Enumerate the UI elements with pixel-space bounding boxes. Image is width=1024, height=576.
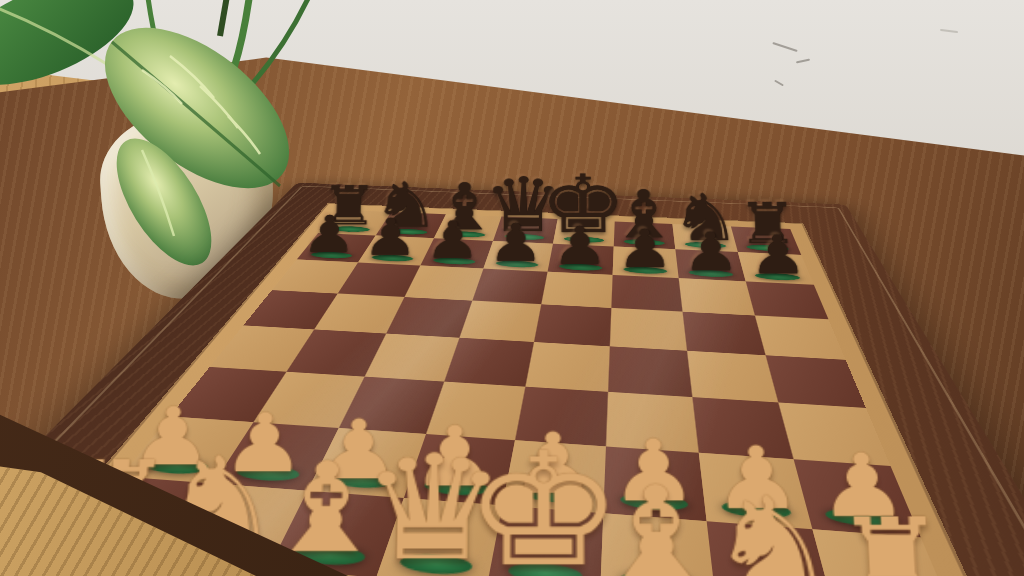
square-g7[interactable]: ♟ [675, 249, 745, 281]
square-f4[interactable] [608, 346, 692, 397]
square-h7[interactable]: ♟ [738, 252, 814, 285]
piece-black-pawn-a7[interactable]: ♟ [301, 211, 357, 259]
piece-white-knight-g1[interactable]: ♞ [706, 484, 841, 576]
piece-white-bishop-f1[interactable]: ♝ [590, 472, 724, 576]
wall-scuff-mark [774, 80, 784, 87]
square-e6[interactable] [541, 272, 612, 308]
plant-stalk [220, 0, 228, 36]
square-e1[interactable]: ♚ [487, 506, 604, 576]
piece-black-pawn-e7[interactable]: ♟ [552, 221, 608, 271]
wall-scuff-mark [940, 29, 958, 33]
square-d5[interactable] [459, 301, 541, 342]
square-h6[interactable] [746, 281, 829, 319]
square-b5[interactable] [314, 293, 404, 333]
piece-black-pawn-f7[interactable]: ♟ [617, 224, 674, 274]
square-b4[interactable] [286, 329, 386, 376]
square-c6[interactable] [405, 266, 484, 301]
piece-black-pawn-b7[interactable]: ♟ [363, 213, 419, 262]
square-e7[interactable]: ♟ [548, 244, 614, 275]
square-d6[interactable] [472, 269, 547, 305]
square-g4[interactable] [687, 351, 778, 403]
square-d7[interactable]: ♟ [483, 241, 553, 272]
square-c7[interactable]: ♟ [420, 238, 493, 268]
scene: ♜♞♝♛♚♝♞♜♟♟♟♟♟♟♟♟♟♟♟♟♟♟♟♟♜♞♝♛♚♝♞♜ [0, 0, 1024, 576]
square-f6[interactable] [611, 275, 682, 312]
piece-black-pawn-g7[interactable]: ♟ [682, 227, 740, 278]
square-f7[interactable]: ♟ [613, 246, 679, 278]
square-g6[interactable] [679, 278, 755, 315]
square-f1[interactable]: ♝ [600, 513, 716, 576]
square-e5[interactable] [534, 304, 611, 346]
piece-black-pawn-h7[interactable]: ♟ [749, 230, 808, 281]
square-c4[interactable] [365, 334, 460, 382]
square-h1[interactable]: ♜ [812, 529, 959, 576]
square-f5[interactable] [610, 308, 687, 351]
square-h4[interactable] [766, 355, 866, 408]
square-e4[interactable] [525, 342, 609, 392]
piece-white-rook-h1[interactable]: ♜ [832, 508, 952, 576]
piece-black-pawn-d7[interactable]: ♟ [488, 219, 544, 269]
piece-black-pawn-c7[interactable]: ♟ [425, 216, 481, 265]
square-g1[interactable]: ♞ [707, 521, 836, 576]
square-g5[interactable] [683, 312, 766, 356]
wall-scuff-mark [772, 42, 797, 52]
square-h5[interactable] [755, 315, 846, 359]
square-d4[interactable] [444, 338, 534, 387]
wall-scuff-mark [796, 59, 810, 64]
